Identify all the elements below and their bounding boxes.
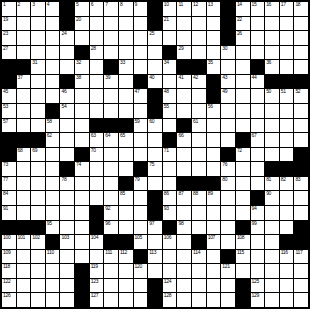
cell-r7-c1[interactable]: 45 (2, 89, 16, 103)
cell-r21-c21[interactable] (294, 293, 308, 307)
cell-r14-c13[interactable]: 87 (177, 191, 191, 205)
cell-r18-c7[interactable] (90, 250, 104, 264)
cell-r12-c15[interactable] (207, 162, 221, 176)
cell-r1-c10[interactable]: 9 (134, 2, 148, 16)
cell-r15-c8[interactable]: 92 (104, 206, 118, 220)
cell-r15-c10[interactable] (134, 206, 148, 220)
cell-r19-c17[interactable] (236, 264, 250, 278)
cell-r21-c15[interactable] (207, 293, 221, 307)
cell-r17-c6[interactable] (75, 235, 89, 249)
cell-r19-c8[interactable] (104, 264, 118, 278)
cell-r6-c13[interactable]: 41 (177, 75, 191, 89)
cell-r20-c1[interactable]: 122 (2, 279, 16, 293)
cell-r7-c3[interactable] (31, 89, 45, 103)
cell-r5-c4[interactable] (46, 60, 60, 74)
cell-r2-c6[interactable]: 20 (75, 17, 89, 31)
cell-r10-c7[interactable]: 63 (90, 133, 104, 147)
cell-r18-c18[interactable] (251, 250, 265, 264)
cell-r17-c1[interactable]: 100 (2, 235, 16, 249)
cell-r16-c16[interactable] (221, 221, 235, 235)
cell-r12-c11[interactable]: 75 (148, 162, 162, 176)
cell-r10-c18[interactable]: 67 (251, 133, 265, 147)
cell-r20-c3[interactable] (31, 279, 45, 293)
cell-r10-c5[interactable] (60, 133, 74, 147)
cell-r18-c14[interactable]: 114 (192, 250, 206, 264)
cell-r7-c13[interactable] (177, 89, 191, 103)
cell-r17-c19[interactable] (265, 235, 279, 249)
cell-r10-c11[interactable] (148, 133, 162, 147)
cell-r14-c15[interactable]: 89 (207, 191, 221, 205)
cell-r3-c11[interactable]: 25 (148, 31, 162, 45)
cell-r8-c14[interactable] (192, 104, 206, 118)
cell-r7-c9[interactable] (119, 89, 133, 103)
cell-r15-c15[interactable] (207, 206, 221, 220)
cell-r15-c4[interactable] (46, 206, 60, 220)
cell-r20-c20[interactable] (280, 279, 294, 293)
cell-r6-c8[interactable]: 39 (104, 75, 118, 89)
cell-r20-c14[interactable] (192, 279, 206, 293)
cell-r2-c21[interactable] (294, 17, 308, 31)
cell-r17-c7[interactable]: 104 (90, 235, 104, 249)
cell-r20-c2[interactable] (17, 279, 31, 293)
cell-r11-c12[interactable]: 71 (163, 148, 177, 162)
cell-r12-c1[interactable]: 73 (2, 162, 16, 176)
cell-r15-c13[interactable] (177, 206, 191, 220)
cell-r5-c12[interactable]: 34 (163, 60, 177, 74)
cell-r2-c14[interactable] (192, 17, 206, 31)
cell-r17-c15[interactable]: 107 (207, 235, 221, 249)
cell-r9-c21[interactable] (294, 119, 308, 133)
cell-r14-c8[interactable] (104, 191, 118, 205)
cell-r4-c14[interactable] (192, 46, 206, 60)
cell-r2-c17[interactable]: 22 (236, 17, 250, 31)
cell-r3-c15[interactable] (207, 31, 221, 45)
cell-r20-c12[interactable]: 124 (163, 279, 177, 293)
cell-r16-c5[interactable] (60, 221, 74, 235)
cell-r19-c15[interactable] (207, 264, 221, 278)
cell-r3-c14[interactable] (192, 31, 206, 45)
cell-r10-c9[interactable]: 65 (119, 133, 133, 147)
cell-r7-c19[interactable]: 50 (265, 89, 279, 103)
cell-r12-c6[interactable]: 74 (75, 162, 89, 176)
cell-r15-c5[interactable] (60, 206, 74, 220)
cell-r17-c16[interactable] (221, 235, 235, 249)
cell-r1-c15[interactable]: 13 (207, 2, 221, 16)
cell-r10-c21[interactable] (294, 133, 308, 147)
cell-r16-c4[interactable]: 95 (46, 221, 60, 235)
cell-r8-c3[interactable] (31, 104, 45, 118)
cell-r21-c7[interactable]: 127 (90, 293, 104, 307)
cell-r17-c3[interactable]: 102 (31, 235, 45, 249)
cell-r10-c4[interactable]: 62 (46, 133, 60, 147)
cell-r14-c4[interactable] (46, 191, 60, 205)
cell-r18-c6[interactable] (75, 250, 89, 264)
cell-r21-c9[interactable] (119, 293, 133, 307)
cell-r4-c4[interactable] (46, 46, 60, 60)
cell-r21-c18[interactable]: 129 (251, 293, 265, 307)
cell-r4-c9[interactable] (119, 46, 133, 60)
cell-r19-c14[interactable] (192, 264, 206, 278)
cell-r11-c18[interactable] (251, 148, 265, 162)
cell-r19-c21[interactable] (294, 264, 308, 278)
cell-r4-c19[interactable] (265, 46, 279, 60)
cell-r17-c11[interactable] (148, 235, 162, 249)
cell-r7-c8[interactable] (104, 89, 118, 103)
cell-r6-c6[interactable]: 38 (75, 75, 89, 89)
cell-r11-c2[interactable]: 68 (17, 148, 31, 162)
cell-r14-c20[interactable] (280, 191, 294, 205)
cell-r11-c4[interactable] (46, 148, 60, 162)
cell-r21-c13[interactable] (177, 293, 191, 307)
cell-r21-c16[interactable] (221, 293, 235, 307)
cell-r10-c19[interactable] (265, 133, 279, 147)
cell-r18-c19[interactable] (265, 250, 279, 264)
cell-r21-c5[interactable] (60, 293, 74, 307)
cell-r19-c10[interactable]: 120 (134, 264, 148, 278)
cell-r19-c18[interactable] (251, 264, 265, 278)
cell-r7-c17[interactable] (236, 89, 250, 103)
cell-r9-c18[interactable] (251, 119, 265, 133)
cell-r4-c2[interactable] (17, 46, 31, 60)
cell-r15-c3[interactable] (31, 206, 45, 220)
cell-r12-c14[interactable] (192, 162, 206, 176)
cell-r19-c1[interactable]: 118 (2, 264, 16, 278)
cell-r6-c4[interactable] (46, 75, 60, 89)
cell-r10-c16[interactable] (221, 133, 235, 147)
cell-r3-c7[interactable] (90, 31, 104, 45)
cell-r9-c2[interactable] (17, 119, 31, 133)
cell-r8-c5[interactable]: 54 (60, 104, 74, 118)
cell-r7-c18[interactable] (251, 89, 265, 103)
cell-r4-c21[interactable] (294, 46, 308, 60)
cell-r13-c8[interactable] (104, 177, 118, 191)
cell-r6-c11[interactable]: 40 (148, 75, 162, 89)
cell-r4-c7[interactable]: 28 (90, 46, 104, 60)
cell-r7-c16[interactable]: 49 (221, 89, 235, 103)
cell-r3-c13[interactable] (177, 31, 191, 45)
cell-r13-c20[interactable]: 82 (280, 177, 294, 191)
cell-r16-c13[interactable]: 98 (177, 221, 191, 235)
cell-r7-c7[interactable] (90, 89, 104, 103)
cell-r9-c4[interactable]: 58 (46, 119, 60, 133)
cell-r2-c2[interactable] (17, 17, 31, 31)
cell-r13-c4[interactable] (46, 177, 60, 191)
cell-r17-c2[interactable]: 101 (17, 235, 31, 249)
cell-r15-c16[interactable] (221, 206, 235, 220)
cell-r2-c9[interactable] (119, 17, 133, 31)
cell-r4-c8[interactable] (104, 46, 118, 60)
cell-r5-c17[interactable] (236, 60, 250, 74)
cell-r11-c7[interactable]: 70 (90, 148, 104, 162)
cell-r20-c4[interactable] (46, 279, 60, 293)
cell-r9-c5[interactable] (60, 119, 74, 133)
cell-r21-c19[interactable] (265, 293, 279, 307)
cell-r18-c2[interactable] (17, 250, 31, 264)
cell-r13-c1[interactable]: 77 (2, 177, 16, 191)
cell-r11-c17[interactable]: 72 (236, 148, 250, 162)
cell-r18-c4[interactable]: 110 (46, 250, 60, 264)
cell-r8-c15[interactable]: 56 (207, 104, 221, 118)
cell-r13-c17[interactable] (236, 177, 250, 191)
cell-r3-c5[interactable]: 24 (60, 31, 74, 45)
cell-r18-c1[interactable]: 109 (2, 250, 16, 264)
cell-r2-c20[interactable] (280, 17, 294, 31)
cell-r10-c14[interactable] (192, 133, 206, 147)
cell-r12-c18[interactable] (251, 162, 265, 176)
cell-r21-c12[interactable]: 128 (163, 293, 177, 307)
cell-r14-c2[interactable] (17, 191, 31, 205)
cell-r5-c19[interactable]: 36 (265, 60, 279, 74)
cell-r19-c13[interactable] (177, 264, 191, 278)
cell-r14-c14[interactable]: 88 (192, 191, 206, 205)
cell-r15-c1[interactable]: 91 (2, 206, 16, 220)
cell-r17-c5[interactable]: 103 (60, 235, 74, 249)
cell-r15-c12[interactable]: 93 (163, 206, 177, 220)
cell-r3-c1[interactable]: 23 (2, 31, 16, 45)
cell-r20-c9[interactable] (119, 279, 133, 293)
cell-r3-c20[interactable] (280, 31, 294, 45)
cell-r8-c17[interactable] (236, 104, 250, 118)
cell-r18-c20[interactable]: 116 (280, 250, 294, 264)
cell-r13-c6[interactable] (75, 177, 89, 191)
cell-r8-c2[interactable] (17, 104, 31, 118)
cell-r15-c20[interactable] (280, 206, 294, 220)
cell-r4-c15[interactable] (207, 46, 221, 60)
cell-r7-c2[interactable] (17, 89, 31, 103)
cell-r19-c3[interactable] (31, 264, 45, 278)
cell-r12-c8[interactable] (104, 162, 118, 176)
cell-r11-c14[interactable] (192, 148, 206, 162)
cell-r7-c14[interactable] (192, 89, 206, 103)
cell-r2-c3[interactable] (31, 17, 45, 31)
cell-r13-c7[interactable] (90, 177, 104, 191)
cell-r1-c2[interactable]: 2 (17, 2, 31, 16)
cell-r12-c9[interactable] (119, 162, 133, 176)
cell-r21-c10[interactable] (134, 293, 148, 307)
cell-r21-c20[interactable] (280, 293, 294, 307)
cell-r10-c6[interactable] (75, 133, 89, 147)
cell-r20-c16[interactable] (221, 279, 235, 293)
cell-r1-c19[interactable]: 16 (265, 2, 279, 16)
cell-r7-c12[interactable]: 48 (163, 89, 177, 103)
cell-r1-c4[interactable]: 4 (46, 2, 60, 16)
cell-r1-c7[interactable]: 6 (90, 2, 104, 16)
cell-r1-c20[interactable]: 17 (280, 2, 294, 16)
cell-r4-c1[interactable]: 27 (2, 46, 16, 60)
cell-r8-c6[interactable] (75, 104, 89, 118)
cell-r4-c18[interactable] (251, 46, 265, 60)
cell-r20-c13[interactable] (177, 279, 191, 293)
cell-r10-c15[interactable] (207, 133, 221, 147)
cell-r7-c4[interactable] (46, 89, 60, 103)
cell-r20-c5[interactable] (60, 279, 74, 293)
cell-r1-c13[interactable]: 11 (177, 2, 191, 16)
cell-r3-c18[interactable] (251, 31, 265, 45)
cell-r14-c12[interactable]: 86 (163, 191, 177, 205)
cell-r12-c7[interactable] (90, 162, 104, 176)
cell-r5-c6[interactable]: 32 (75, 60, 89, 74)
cell-r13-c12[interactable] (163, 177, 177, 191)
cell-r9-c14[interactable]: 61 (192, 119, 206, 133)
cell-r17-c18[interactable] (251, 235, 265, 249)
cell-r11-c20[interactable] (280, 148, 294, 162)
cell-r16-c15[interactable] (207, 221, 221, 235)
cell-r9-c3[interactable] (31, 119, 45, 133)
cell-r9-c12[interactable] (163, 119, 177, 133)
cell-r18-c3[interactable] (31, 250, 45, 264)
cell-r1-c3[interactable]: 3 (31, 2, 45, 16)
cell-r20-c15[interactable] (207, 279, 221, 293)
cell-r20-c8[interactable] (104, 279, 118, 293)
cell-r14-c21[interactable] (294, 191, 308, 205)
cell-r9-c19[interactable] (265, 119, 279, 133)
cell-r2-c1[interactable]: 19 (2, 17, 16, 31)
cell-r5-c10[interactable] (134, 60, 148, 74)
cell-r21-c3[interactable] (31, 293, 45, 307)
cell-r15-c6[interactable] (75, 206, 89, 220)
cell-r5-c20[interactable] (280, 60, 294, 74)
cell-r8-c9[interactable] (119, 104, 133, 118)
cell-r17-c17[interactable]: 108 (236, 235, 250, 249)
cell-r18-c5[interactable] (60, 250, 74, 264)
cell-r15-c14[interactable] (192, 206, 206, 220)
cell-r9-c6[interactable] (75, 119, 89, 133)
cell-r17-c13[interactable] (177, 235, 191, 249)
cell-r18-c15[interactable] (207, 250, 221, 264)
cell-r16-c9[interactable] (119, 221, 133, 235)
cell-r15-c21[interactable] (294, 206, 308, 220)
cell-r14-c7[interactable] (90, 191, 104, 205)
cell-r2-c18[interactable] (251, 17, 265, 31)
cell-r2-c8[interactable] (104, 17, 118, 31)
cell-r7-c10[interactable]: 47 (134, 89, 148, 103)
cell-r6-c12[interactable] (163, 75, 177, 89)
cell-r6-c3[interactable] (31, 75, 45, 89)
cell-r3-c17[interactable]: 26 (236, 31, 250, 45)
cell-r14-c10[interactable] (134, 191, 148, 205)
cell-r9-c10[interactable]: 59 (134, 119, 148, 133)
cell-r9-c1[interactable]: 57 (2, 119, 16, 133)
cell-r19-c11[interactable] (148, 264, 162, 278)
cell-r17-c12[interactable]: 106 (163, 235, 177, 249)
cell-r9-c11[interactable]: 60 (148, 119, 162, 133)
cell-r9-c15[interactable] (207, 119, 221, 133)
cell-r2-c12[interactable]: 21 (163, 17, 177, 31)
cell-r8-c18[interactable] (251, 104, 265, 118)
cell-r16-c11[interactable]: 97 (148, 221, 162, 235)
cell-r16-c14[interactable] (192, 221, 206, 235)
cell-r20-c21[interactable] (294, 279, 308, 293)
cell-r1-c17[interactable]: 14 (236, 2, 250, 16)
cell-r9-c20[interactable] (280, 119, 294, 133)
cell-r16-c18[interactable]: 99 (251, 221, 265, 235)
cell-r14-c3[interactable] (31, 191, 45, 205)
cell-r8-c7[interactable] (90, 104, 104, 118)
cell-r12-c16[interactable]: 76 (221, 162, 235, 176)
cell-r19-c12[interactable] (163, 264, 177, 278)
cell-r3-c9[interactable] (119, 31, 133, 45)
cell-r3-c10[interactable] (134, 31, 148, 45)
cell-r4-c17[interactable] (236, 46, 250, 60)
cell-r1-c21[interactable]: 18 (294, 2, 308, 16)
cell-r7-c6[interactable] (75, 89, 89, 103)
cell-r14-c5[interactable] (60, 191, 74, 205)
cell-r1-c14[interactable]: 12 (192, 2, 206, 16)
cell-r21-c14[interactable] (192, 293, 206, 307)
cell-r16-c19[interactable] (265, 221, 279, 235)
cell-r3-c8[interactable] (104, 31, 118, 45)
cell-r15-c17[interactable] (236, 206, 250, 220)
cell-r1-c18[interactable]: 15 (251, 2, 265, 16)
cell-r10-c10[interactable] (134, 133, 148, 147)
cell-r20-c10[interactable] (134, 279, 148, 293)
cell-r13-c18[interactable] (251, 177, 265, 191)
cell-r6-c2[interactable]: 37 (17, 75, 31, 89)
cell-r6-c14[interactable]: 42 (192, 75, 206, 89)
cell-r13-c16[interactable]: 80 (221, 177, 235, 191)
cell-r12-c17[interactable] (236, 162, 250, 176)
cell-r11-c5[interactable] (60, 148, 74, 162)
cell-r8-c13[interactable] (177, 104, 191, 118)
cell-r16-c8[interactable]: 96 (104, 221, 118, 235)
cell-r18-c9[interactable]: 112 (119, 250, 133, 264)
cell-r19-c20[interactable] (280, 264, 294, 278)
cell-r6-c9[interactable] (119, 75, 133, 89)
cell-r16-c6[interactable] (75, 221, 89, 235)
cell-r3-c4[interactable] (46, 31, 60, 45)
cell-r3-c19[interactable] (265, 31, 279, 45)
cell-r21-c8[interactable] (104, 293, 118, 307)
cell-r12-c4[interactable] (46, 162, 60, 176)
cell-r10-c20[interactable] (280, 133, 294, 147)
cell-r14-c6[interactable] (75, 191, 89, 205)
cell-r2-c4[interactable] (46, 17, 60, 31)
cell-r21-c2[interactable] (17, 293, 31, 307)
cell-r11-c13[interactable] (177, 148, 191, 162)
cell-r6-c7[interactable] (90, 75, 104, 89)
cell-r14-c9[interactable]: 85 (119, 191, 133, 205)
cell-r12-c2[interactable] (17, 162, 31, 176)
cell-r8-c12[interactable]: 55 (163, 104, 177, 118)
cell-r18-c11[interactable]: 113 (148, 250, 162, 264)
cell-r4-c20[interactable] (280, 46, 294, 60)
cell-r9-c17[interactable] (236, 119, 250, 133)
cell-r7-c20[interactable]: 51 (280, 89, 294, 103)
cell-r8-c8[interactable] (104, 104, 118, 118)
cell-r1-c8[interactable]: 7 (104, 2, 118, 16)
cell-r19-c16[interactable]: 121 (221, 264, 235, 278)
cell-r10-c13[interactable]: 66 (177, 133, 191, 147)
cell-r20-c7[interactable]: 123 (90, 279, 104, 293)
cell-r7-c21[interactable]: 52 (294, 89, 308, 103)
cell-r18-c21[interactable]: 117 (294, 250, 308, 264)
cell-r15-c18[interactable]: 94 (251, 206, 265, 220)
cell-r21-c4[interactable] (46, 293, 60, 307)
cell-r4-c10[interactable] (134, 46, 148, 60)
cell-r7-c5[interactable]: 46 (60, 89, 74, 103)
cell-r11-c3[interactable]: 69 (31, 148, 45, 162)
cell-r20-c19[interactable] (265, 279, 279, 293)
cell-r1-c9[interactable]: 8 (119, 2, 133, 16)
cell-r12-c3[interactable] (31, 162, 45, 176)
cell-r6-c17[interactable] (236, 75, 250, 89)
cell-r14-c19[interactable]: 90 (265, 191, 279, 205)
cell-r18-c8[interactable]: 111 (104, 250, 118, 264)
cell-r3-c2[interactable] (17, 31, 31, 45)
cell-r19-c9[interactable] (119, 264, 133, 278)
cell-r5-c11[interactable] (148, 60, 162, 74)
cell-r8-c20[interactable] (280, 104, 294, 118)
